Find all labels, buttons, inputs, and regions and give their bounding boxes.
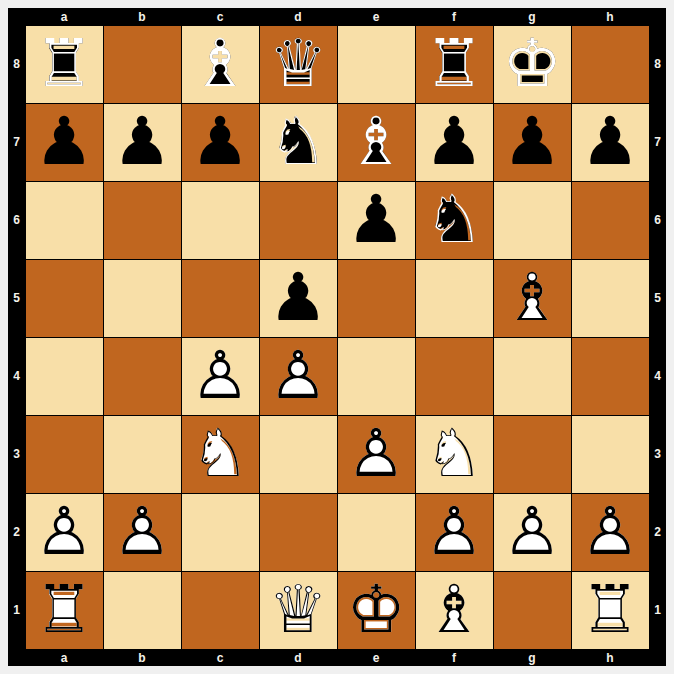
square-a2[interactable]: ♟♙ xyxy=(26,494,103,571)
square-a3[interactable] xyxy=(26,416,103,493)
piece-detail-layer: ♗ xyxy=(494,260,571,337)
file-g-label: g xyxy=(493,8,571,25)
piece-detail-layer: ♘ xyxy=(260,104,337,181)
square-f4[interactable] xyxy=(416,338,493,415)
rank-1-label: 1 xyxy=(649,571,666,649)
piece-detail-layer: ♖ xyxy=(26,26,103,103)
square-f2[interactable]: ♟♙ xyxy=(416,494,493,571)
piece-fill-layer: ♟ xyxy=(572,104,649,181)
black-pawn-icon: ♟ xyxy=(494,104,571,181)
square-b5[interactable] xyxy=(104,260,181,337)
file-b-label: b xyxy=(103,8,181,25)
square-d4[interactable]: ♟♙ xyxy=(260,338,337,415)
piece-detail-layer: ♙ xyxy=(104,494,181,571)
black-pawn-icon: ♟ xyxy=(104,104,181,181)
piece-fill-layer: ♟ xyxy=(182,104,259,181)
square-h4[interactable] xyxy=(572,338,649,415)
rank-8-label: 8 xyxy=(8,25,25,103)
square-c2[interactable] xyxy=(182,494,259,571)
square-b6[interactable] xyxy=(104,182,181,259)
white-knight-icon: ♞♘ xyxy=(182,416,259,493)
file-f-label: f xyxy=(415,649,493,666)
file-e-label: e xyxy=(337,8,415,25)
white-pawn-icon: ♟♙ xyxy=(104,494,181,571)
piece-detail-layer: ♙ xyxy=(182,338,259,415)
file-labels-top: abcdefgh xyxy=(25,8,649,25)
white-king-icon: ♚♔ xyxy=(338,572,415,649)
square-g1[interactable] xyxy=(494,572,571,649)
black-queen-icon: ♛♕ xyxy=(260,26,337,103)
file-f-label: f xyxy=(415,8,493,25)
square-f7[interactable]: ♟ xyxy=(416,104,493,181)
white-queen-icon: ♛♕ xyxy=(260,572,337,649)
piece-detail-layer: ♕ xyxy=(260,26,337,103)
square-e5[interactable] xyxy=(338,260,415,337)
square-g3[interactable] xyxy=(494,416,571,493)
piece-fill-layer: ♟ xyxy=(494,104,571,181)
square-f3[interactable]: ♞♘ xyxy=(416,416,493,493)
piece-detail-layer: ♔ xyxy=(494,26,571,103)
square-h1[interactable]: ♜♖ xyxy=(572,572,649,649)
black-rook-icon: ♜♖ xyxy=(26,26,103,103)
square-d3[interactable] xyxy=(260,416,337,493)
square-c3[interactable]: ♞♘ xyxy=(182,416,259,493)
file-g-label: g xyxy=(493,649,571,666)
square-e4[interactable] xyxy=(338,338,415,415)
square-h5[interactable] xyxy=(572,260,649,337)
square-c8[interactable]: ♝♗ xyxy=(182,26,259,103)
square-b2[interactable]: ♟♙ xyxy=(104,494,181,571)
board-frame: abcdefgh 87654321 ♜♖♝♗♛♕♜♖♚♔♟♟♟♞♘♝♗♟♟♟♟♞… xyxy=(8,8,666,666)
black-bishop-icon: ♝♗ xyxy=(182,26,259,103)
square-d7[interactable]: ♞♘ xyxy=(260,104,337,181)
piece-detail-layer: ♘ xyxy=(182,416,259,493)
square-c7[interactable]: ♟ xyxy=(182,104,259,181)
chess-board: ♜♖♝♗♛♕♜♖♚♔♟♟♟♞♘♝♗♟♟♟♟♞♘♟♝♗♟♙♟♙♞♘♟♙♞♘♟♙♟♙… xyxy=(26,26,649,649)
square-c6[interactable] xyxy=(182,182,259,259)
piece-detail-layer: ♗ xyxy=(416,572,493,649)
rank-3-label: 3 xyxy=(649,415,666,493)
piece-fill-layer: ♟ xyxy=(104,104,181,181)
rank-7-label: 7 xyxy=(649,103,666,181)
square-e3[interactable]: ♟♙ xyxy=(338,416,415,493)
square-h3[interactable] xyxy=(572,416,649,493)
square-h2[interactable]: ♟♙ xyxy=(572,494,649,571)
square-f8[interactable]: ♜♖ xyxy=(416,26,493,103)
white-pawn-icon: ♟♙ xyxy=(416,494,493,571)
square-g7[interactable]: ♟ xyxy=(494,104,571,181)
file-d-label: d xyxy=(259,8,337,25)
rank-4-label: 4 xyxy=(8,337,25,415)
square-a8[interactable]: ♜♖ xyxy=(26,26,103,103)
black-pawn-icon: ♟ xyxy=(338,182,415,259)
rank-1-label: 1 xyxy=(8,571,25,649)
square-b4[interactable] xyxy=(104,338,181,415)
black-pawn-icon: ♟ xyxy=(416,104,493,181)
square-b3[interactable] xyxy=(104,416,181,493)
piece-detail-layer: ♘ xyxy=(416,182,493,259)
white-rook-icon: ♜♖ xyxy=(572,572,649,649)
piece-fill-layer: ♟ xyxy=(338,182,415,259)
piece-detail-layer: ♖ xyxy=(416,26,493,103)
piece-detail-layer: ♖ xyxy=(572,572,649,649)
square-d5[interactable]: ♟ xyxy=(260,260,337,337)
square-f1[interactable]: ♝♗ xyxy=(416,572,493,649)
square-c5[interactable] xyxy=(182,260,259,337)
square-c1[interactable] xyxy=(182,572,259,649)
piece-detail-layer: ♙ xyxy=(416,494,493,571)
white-pawn-icon: ♟♙ xyxy=(182,338,259,415)
square-g5[interactable]: ♝♗ xyxy=(494,260,571,337)
black-pawn-icon: ♟ xyxy=(26,104,103,181)
file-a-label: a xyxy=(25,649,103,666)
piece-detail-layer: ♖ xyxy=(26,572,103,649)
square-d1[interactable]: ♛♕ xyxy=(260,572,337,649)
rank-5-label: 5 xyxy=(649,259,666,337)
square-g8[interactable]: ♚♔ xyxy=(494,26,571,103)
black-king-icon: ♚♔ xyxy=(494,26,571,103)
file-c-label: c xyxy=(181,8,259,25)
white-pawn-icon: ♟♙ xyxy=(494,494,571,571)
file-b-label: b xyxy=(103,649,181,666)
white-pawn-icon: ♟♙ xyxy=(260,338,337,415)
square-a6[interactable] xyxy=(26,182,103,259)
square-e7[interactable]: ♝♗ xyxy=(338,104,415,181)
square-b8[interactable] xyxy=(104,26,181,103)
rank-5-label: 5 xyxy=(8,259,25,337)
rank-8-label: 8 xyxy=(649,25,666,103)
piece-detail-layer: ♗ xyxy=(182,26,259,103)
black-rook-icon: ♜♖ xyxy=(416,26,493,103)
white-pawn-icon: ♟♙ xyxy=(338,416,415,493)
square-h7[interactable]: ♟ xyxy=(572,104,649,181)
square-e2[interactable] xyxy=(338,494,415,571)
white-pawn-icon: ♟♙ xyxy=(572,494,649,571)
black-knight-icon: ♞♘ xyxy=(416,182,493,259)
piece-detail-layer: ♙ xyxy=(338,416,415,493)
square-g2[interactable]: ♟♙ xyxy=(494,494,571,571)
white-bishop-icon: ♝♗ xyxy=(494,260,571,337)
square-h8[interactable] xyxy=(572,26,649,103)
square-b7[interactable]: ♟ xyxy=(104,104,181,181)
rank-7-label: 7 xyxy=(8,103,25,181)
square-b1[interactable] xyxy=(104,572,181,649)
file-d-label: d xyxy=(259,649,337,666)
white-pawn-icon: ♟♙ xyxy=(26,494,103,571)
piece-detail-layer: ♔ xyxy=(338,572,415,649)
rank-2-label: 2 xyxy=(649,493,666,571)
square-h6[interactable] xyxy=(572,182,649,259)
white-bishop-icon: ♝♗ xyxy=(416,572,493,649)
black-pawn-icon: ♟ xyxy=(572,104,649,181)
rank-6-label: 6 xyxy=(8,181,25,259)
square-e1[interactable]: ♚♔ xyxy=(338,572,415,649)
file-c-label: c xyxy=(181,649,259,666)
square-f5[interactable] xyxy=(416,260,493,337)
rank-6-label: 6 xyxy=(649,181,666,259)
black-pawn-icon: ♟ xyxy=(260,260,337,337)
square-a7[interactable]: ♟ xyxy=(26,104,103,181)
piece-fill-layer: ♟ xyxy=(416,104,493,181)
square-a4[interactable] xyxy=(26,338,103,415)
file-a-label: a xyxy=(25,8,103,25)
piece-fill-layer: ♟ xyxy=(260,260,337,337)
piece-detail-layer: ♘ xyxy=(416,416,493,493)
rank-3-label: 3 xyxy=(8,415,25,493)
file-labels-bottom: abcdefgh xyxy=(25,649,649,666)
white-rook-icon: ♜♖ xyxy=(26,572,103,649)
square-d8[interactable]: ♛♕ xyxy=(260,26,337,103)
page: abcdefgh 87654321 ♜♖♝♗♛♕♜♖♚♔♟♟♟♞♘♝♗♟♟♟♟♞… xyxy=(0,0,674,674)
rank-4-label: 4 xyxy=(649,337,666,415)
rank-2-label: 2 xyxy=(8,493,25,571)
square-e8[interactable] xyxy=(338,26,415,103)
black-knight-icon: ♞♘ xyxy=(260,104,337,181)
square-d2[interactable] xyxy=(260,494,337,571)
black-pawn-icon: ♟ xyxy=(182,104,259,181)
piece-detail-layer: ♙ xyxy=(260,338,337,415)
square-a5[interactable] xyxy=(26,260,103,337)
square-e6[interactable]: ♟ xyxy=(338,182,415,259)
piece-fill-layer: ♟ xyxy=(26,104,103,181)
piece-detail-layer: ♙ xyxy=(26,494,103,571)
square-f6[interactable]: ♞♘ xyxy=(416,182,493,259)
piece-detail-layer: ♙ xyxy=(572,494,649,571)
black-bishop-icon: ♝♗ xyxy=(338,104,415,181)
piece-detail-layer: ♙ xyxy=(494,494,571,571)
square-d6[interactable] xyxy=(260,182,337,259)
white-knight-icon: ♞♘ xyxy=(416,416,493,493)
rank-labels-right: 87654321 xyxy=(649,25,666,649)
file-h-label: h xyxy=(571,8,649,25)
square-a1[interactable]: ♜♖ xyxy=(26,572,103,649)
file-h-label: h xyxy=(571,649,649,666)
square-g4[interactable] xyxy=(494,338,571,415)
piece-detail-layer: ♗ xyxy=(338,104,415,181)
square-g6[interactable] xyxy=(494,182,571,259)
rank-labels-left: 87654321 xyxy=(8,25,25,649)
file-e-label: e xyxy=(337,649,415,666)
piece-detail-layer: ♕ xyxy=(260,572,337,649)
square-c4[interactable]: ♟♙ xyxy=(182,338,259,415)
